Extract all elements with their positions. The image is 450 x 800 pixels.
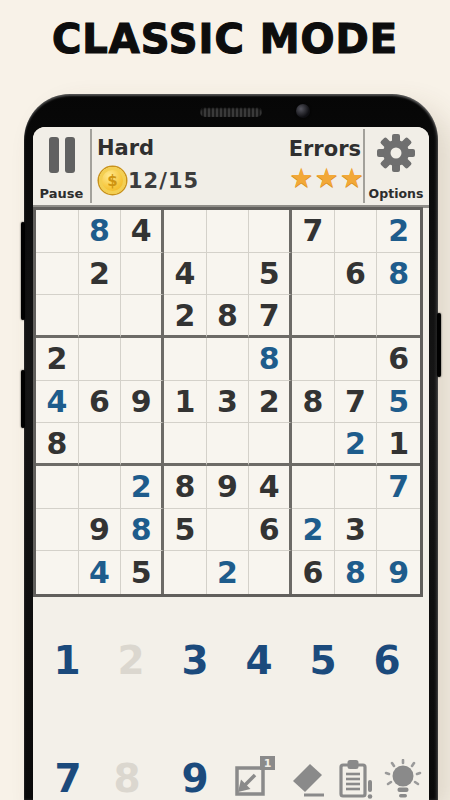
cell-r8c3[interactable]: 8 — [121, 509, 164, 552]
cell-r2c4[interactable]: 4 — [164, 253, 207, 296]
cell-r9c6[interactable] — [249, 551, 292, 594]
cell-r6c1[interactable]: 8 — [36, 423, 79, 466]
cell-r2c8[interactable]: 6 — [335, 253, 378, 296]
pad-digit-2: 2 — [111, 635, 151, 687]
cell-r6c2[interactable] — [79, 423, 122, 466]
cell-r8c4[interactable]: 5 — [164, 509, 207, 552]
pad-digit-7[interactable]: 7 — [48, 753, 88, 800]
game-header: Pause Hard $ 12/15 Errors ★★★ — [33, 127, 429, 208]
options-button[interactable]: Options — [363, 127, 429, 205]
star-icon: ★ — [289, 162, 314, 193]
cell-r6c3[interactable] — [121, 423, 164, 466]
star-icon: ★ — [340, 162, 365, 193]
notes-icon — [337, 759, 373, 799]
coin-count: 12/15 — [128, 169, 199, 193]
cell-r3c5[interactable]: 8 — [207, 295, 250, 338]
star-icon: ★ — [315, 162, 340, 193]
pause-button[interactable]: Pause — [33, 127, 90, 205]
cell-r4c8[interactable] — [335, 338, 378, 381]
cell-r2c1[interactable] — [36, 253, 79, 296]
cell-r3c9[interactable] — [377, 295, 420, 338]
cell-r2c5[interactable] — [207, 253, 250, 296]
cell-r1c1[interactable] — [36, 210, 79, 253]
pad-digit-5[interactable]: 5 — [303, 635, 343, 687]
speaker-grille — [200, 107, 262, 117]
cell-r3c1[interactable] — [36, 295, 79, 338]
coin-icon: $ — [99, 167, 126, 194]
cell-r5c5[interactable]: 3 — [207, 381, 250, 424]
cell-r9c4[interactable] — [164, 551, 207, 594]
cell-r9c2[interactable]: 4 — [79, 551, 122, 594]
cell-r2c2[interactable]: 2 — [79, 253, 122, 296]
cell-r6c6[interactable] — [249, 423, 292, 466]
cell-r4c4[interactable] — [164, 338, 207, 381]
header-divider — [90, 129, 92, 203]
cell-r9c8[interactable]: 8 — [335, 551, 378, 594]
cell-r9c3[interactable]: 5 — [121, 551, 164, 594]
cell-r3c6[interactable]: 7 — [249, 295, 292, 338]
cell-r5c4[interactable]: 1 — [164, 381, 207, 424]
eraser-icon — [284, 759, 326, 797]
cell-r4c6[interactable]: 8 — [249, 338, 292, 381]
difficulty-label: Hard — [97, 136, 154, 160]
errors-label: Errors — [289, 137, 361, 161]
cell-r8c5[interactable] — [207, 509, 250, 552]
cell-r7c7[interactable] — [292, 466, 335, 509]
power-button — [437, 313, 441, 377]
cell-r4c2[interactable] — [79, 338, 122, 381]
cell-r9c7[interactable]: 6 — [292, 551, 335, 594]
gear-icon — [363, 133, 429, 177]
notes-button[interactable] — [333, 759, 377, 800]
cell-r2c6[interactable]: 5 — [249, 253, 292, 296]
options-label: Options — [363, 186, 429, 201]
undo-count-badge: 1 — [260, 756, 275, 770]
pad-digit-9[interactable]: 9 — [175, 753, 215, 800]
pause-icon — [33, 137, 90, 177]
cell-r1c2[interactable]: 8 — [79, 210, 122, 253]
cell-r1c8[interactable] — [335, 210, 378, 253]
sudoku-grid: 8472245682872864691328758212894798562345… — [33, 207, 423, 597]
cell-r1c3[interactable]: 4 — [121, 210, 164, 253]
cell-r1c7[interactable]: 7 — [292, 210, 335, 253]
cell-r2c9[interactable]: 8 — [377, 253, 420, 296]
cell-r1c9[interactable]: 2 — [377, 210, 420, 253]
phone-screen: Pause Hard $ 12/15 Errors ★★★ — [33, 127, 429, 800]
cell-r4c3[interactable] — [121, 338, 164, 381]
cell-r8c8[interactable]: 3 — [335, 509, 378, 552]
coin-counter: $ 12/15 — [99, 167, 199, 194]
cell-r5c9[interactable]: 5 — [377, 381, 420, 424]
cell-r6c8[interactable]: 2 — [335, 423, 378, 466]
lightbulb-icon — [383, 759, 423, 799]
numpad-row-1: 123456 — [33, 635, 429, 691]
cell-r1c4[interactable] — [164, 210, 207, 253]
cell-r7c1[interactable] — [36, 466, 79, 509]
cell-r5c8[interactable]: 7 — [335, 381, 378, 424]
cell-r2c7[interactable] — [292, 253, 335, 296]
cell-r9c5[interactable]: 2 — [207, 551, 250, 594]
pad-digit-8: 8 — [107, 753, 147, 800]
cell-r7c4[interactable]: 8 — [164, 466, 207, 509]
cell-r3c4[interactable]: 2 — [164, 295, 207, 338]
cell-r4c1[interactable]: 2 — [36, 338, 79, 381]
error-stars: ★★★ — [289, 163, 365, 193]
pad-digit-6[interactable]: 6 — [367, 635, 407, 687]
volume-button — [21, 222, 25, 320]
cell-r3c7[interactable] — [292, 295, 335, 338]
cell-r9c9[interactable]: 9 — [377, 551, 420, 594]
cell-r8c1[interactable] — [36, 509, 79, 552]
hint-button[interactable] — [381, 759, 425, 800]
cell-r5c7[interactable]: 8 — [292, 381, 335, 424]
cell-r5c3[interactable]: 9 — [121, 381, 164, 424]
cell-r3c3[interactable] — [121, 295, 164, 338]
cell-r7c8[interactable] — [335, 466, 378, 509]
cell-r1c5[interactable] — [207, 210, 250, 253]
page-title: CLASSIC MODE — [0, 16, 450, 62]
cell-r3c8[interactable] — [335, 295, 378, 338]
cell-r4c5[interactable] — [207, 338, 250, 381]
pad-digit-4[interactable]: 4 — [239, 635, 279, 687]
cell-r1c6[interactable] — [249, 210, 292, 253]
phone-frame: Pause Hard $ 12/15 Errors ★★★ — [24, 94, 438, 800]
cell-r4c7[interactable] — [292, 338, 335, 381]
cell-r8c6[interactable]: 6 — [249, 509, 292, 552]
cell-r6c5[interactable] — [207, 423, 250, 466]
undo-button[interactable]: 1 — [231, 759, 275, 800]
cell-r2c3[interactable] — [121, 253, 164, 296]
pad-digit-1[interactable]: 1 — [47, 635, 87, 687]
cell-r6c9[interactable]: 1 — [377, 423, 420, 466]
cell-r7c9[interactable]: 7 — [377, 466, 420, 509]
front-camera — [296, 104, 310, 118]
cell-r7c6[interactable]: 4 — [249, 466, 292, 509]
cell-r4c9[interactable]: 6 — [377, 338, 420, 381]
cell-r6c4[interactable] — [164, 423, 207, 466]
cell-r8c9[interactable] — [377, 509, 420, 552]
cell-r3c2[interactable] — [79, 295, 122, 338]
cell-r7c5[interactable]: 9 — [207, 466, 250, 509]
numpad-row-2: 1 — [33, 753, 429, 800]
cell-r5c2[interactable]: 6 — [79, 381, 122, 424]
eraser-button[interactable] — [283, 759, 327, 800]
cell-r8c2[interactable]: 9 — [79, 509, 122, 552]
cell-r5c6[interactable]: 2 — [249, 381, 292, 424]
cell-r6c7[interactable] — [292, 423, 335, 466]
cell-r8c7[interactable]: 2 — [292, 509, 335, 552]
cell-r7c3[interactable]: 2 — [121, 466, 164, 509]
pad-digit-3[interactable]: 3 — [175, 635, 215, 687]
cell-r7c2[interactable] — [79, 466, 122, 509]
pause-label: Pause — [33, 186, 90, 201]
cell-r9c1[interactable] — [36, 551, 79, 594]
cell-r5c1[interactable]: 4 — [36, 381, 79, 424]
bixby-button — [21, 370, 25, 428]
